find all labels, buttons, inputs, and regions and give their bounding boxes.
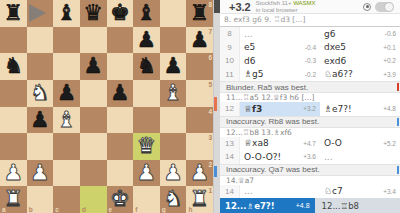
judgment-severity-tick: [397, 118, 399, 126]
move-number: 11: [220, 68, 240, 82]
white-move-13[interactable]: ♕xa8+4.7: [240, 137, 320, 151]
white-move-10[interactable]: d6-0.3: [240, 54, 320, 68]
analysis-app: ♜♝♛♚♝8♜♟7♟♞♟♞♟6♞♟♟♝5♟♝4♛3♟♟♟♟2♟a♜bcde♚fg…: [0, 0, 400, 213]
engine-variant-label: WASMX: [293, 0, 315, 6]
square-a6[interactable]: ♞: [0, 53, 27, 80]
white-bishop-c4[interactable]: ♝: [53, 107, 80, 134]
square-a1[interactable]: a♜: [0, 186, 27, 213]
black-bishop-f8[interactable]: ♝: [133, 0, 160, 27]
square-c5[interactable]: ♟: [53, 80, 80, 107]
variation-line[interactable]: 14.♕a7: [220, 176, 400, 185]
move-row-14: 14O-O-O?!+3.6...: [220, 150, 400, 164]
square-c2[interactable]: [53, 160, 80, 187]
square-d8[interactable]: ♛: [80, 0, 107, 27]
square-b7[interactable]: [27, 27, 54, 54]
black-bishop-c8[interactable]: ♝: [53, 0, 80, 27]
square-e2[interactable]: [107, 160, 134, 187]
square-e4[interactable]: [107, 107, 134, 134]
white-move-14[interactable]: O-O-O?!+3.6: [240, 150, 320, 164]
white-bishop-g5[interactable]: ♝: [160, 80, 187, 107]
white-pawn-b2[interactable]: ♟: [27, 160, 54, 187]
black-pawn-f7[interactable]: ♟: [133, 27, 160, 54]
white-queen-f3[interactable]: ♛: [133, 133, 160, 160]
square-c4[interactable]: ♝: [53, 107, 80, 134]
move-row-8: 8...g6-0.6: [220, 27, 400, 41]
variation-line[interactable]: 12...♖b8 13.♗xf6: [220, 128, 400, 137]
square-e5[interactable]: ♟: [107, 80, 134, 107]
square-f3[interactable]: ♛: [133, 133, 160, 160]
square-c6[interactable]: [53, 53, 80, 80]
square-d6[interactable]: ♟: [80, 53, 107, 80]
white-rook-h1[interactable]: ♜: [186, 186, 213, 213]
square-b2[interactable]: ♟: [27, 160, 54, 187]
next-move-bar: 12...♗e7?! +4.8 12...♖b8: [220, 198, 400, 213]
square-d1[interactable]: d: [80, 186, 107, 213]
white-knight-g1[interactable]: ♞: [160, 186, 187, 213]
white-knight-b5[interactable]: ♞: [27, 80, 54, 107]
black-move-14[interactable]: ...: [320, 150, 400, 164]
square-g1[interactable]: g♞: [160, 186, 187, 213]
white-king-e1[interactable]: ♚: [107, 186, 134, 213]
move-number: 10: [220, 54, 240, 68]
black-knight-f6[interactable]: ♞: [133, 53, 160, 80]
square-a8[interactable]: ♜: [0, 0, 27, 27]
rank-label-3: 3: [208, 134, 212, 141]
move-number: 12: [220, 102, 240, 116]
black-pawn-g6[interactable]: ♟: [160, 53, 187, 80]
square-d4[interactable]: [80, 107, 107, 134]
analysis-panel: +3.2 Stockfish 11+ WASMX in local browse…: [213, 0, 400, 213]
black-move-10[interactable]: exd6+0.2: [320, 54, 400, 68]
square-h5[interactable]: 5: [186, 80, 213, 107]
square-a2[interactable]: ♟: [0, 160, 27, 187]
move-row-13: 13♕xa8+4.7O-O+5.2: [220, 137, 400, 151]
square-e3[interactable]: [107, 133, 134, 160]
engine-label: Stockfish 11+ WASMX in local browser: [256, 0, 316, 14]
square-b5[interactable]: ♞: [27, 80, 54, 107]
square-g2[interactable]: ♟: [160, 160, 187, 187]
square-c1[interactable]: c: [53, 186, 80, 213]
square-a3[interactable]: [0, 133, 27, 160]
file-label-c: c: [55, 206, 59, 213]
black-move-12[interactable]: ♗e7?!+4.8: [320, 102, 400, 116]
square-b1[interactable]: b: [27, 186, 54, 213]
square-f6[interactable]: ♞: [133, 53, 160, 80]
white-move-11[interactable]: ♗g5-0.2: [240, 68, 320, 82]
square-a7[interactable]: [0, 27, 27, 54]
white-pawn-h2[interactable]: ♟: [186, 160, 213, 187]
square-f5[interactable]: [133, 80, 160, 107]
black-move-11[interactable]: ♘a6??+3.9: [320, 68, 400, 82]
move-row-10: 10d6-0.3exd6+0.2: [220, 54, 400, 68]
square-a5[interactable]: [0, 80, 27, 107]
white-move-8[interactable]: ...: [240, 27, 320, 41]
black-move-9[interactable]: dxe5+0.1: [320, 41, 400, 55]
square-e1[interactable]: e♚: [107, 186, 134, 213]
square-f1[interactable]: f: [133, 186, 160, 213]
rank-label-4: 4: [208, 108, 212, 115]
engine-settings-icon[interactable]: [363, 3, 371, 11]
white-pawn-f2[interactable]: ♟: [133, 160, 160, 187]
black-pawn-h7[interactable]: ♟: [186, 27, 213, 54]
black-move-8[interactable]: g6-0.6: [320, 27, 400, 41]
black-rook-a8[interactable]: ♜: [0, 0, 27, 27]
square-e6[interactable]: [107, 53, 134, 80]
black-move-14[interactable]: ♘c7+3.4: [320, 185, 400, 199]
black-queen-d8[interactable]: ♛: [80, 0, 107, 27]
next-move-selected[interactable]: 12...♗e7?! +4.8: [220, 198, 315, 213]
square-h6[interactable]: 6: [186, 53, 213, 80]
variation-line[interactable]: 11...♖a5 12.♕f3 h6 [...]: [220, 93, 400, 102]
square-h3[interactable]: 3: [186, 133, 213, 160]
rank-label-5: 5: [208, 81, 212, 88]
square-b4[interactable]: ♟: [27, 107, 54, 134]
judgment-comment: Inaccuracy. Qa7 was best.: [220, 164, 400, 176]
square-d5[interactable]: [80, 80, 107, 107]
move-row-12: 12♕f3+3.2♗e7?!+4.8: [220, 102, 400, 116]
black-pawn-c5[interactable]: ♟: [53, 80, 80, 107]
square-g7[interactable]: [160, 27, 187, 54]
square-h4[interactable]: 4: [186, 107, 213, 134]
white-pawn-a2[interactable]: ♟: [0, 160, 27, 187]
gauge-blunder-tick: [214, 97, 217, 111]
judgment-severity-tick: [397, 166, 399, 174]
move-list: 8...g6-0.69e5-0.4dxe5+0.110d6-0.3exd6+0.…: [220, 27, 400, 198]
move-number: 8: [220, 27, 240, 41]
chess-board[interactable]: ♜♝♛♚♝8♜♟7♟♞♟♞♟6♞♟♟♝5♟♝4♛3♟♟♟♟2♟a♜bcde♚fg…: [0, 0, 213, 213]
black-rook-h8[interactable]: ♜: [186, 0, 213, 27]
square-b6[interactable]: [27, 53, 54, 80]
square-h8[interactable]: 8♜: [186, 0, 213, 27]
black-move-13[interactable]: O-O+5.2: [320, 137, 400, 151]
square-f7[interactable]: ♟: [133, 27, 160, 54]
square-g3[interactable]: [160, 133, 187, 160]
file-label-d: d: [82, 206, 86, 213]
square-c3[interactable]: [53, 133, 80, 160]
black-pawn-d6[interactable]: ♟: [80, 53, 107, 80]
move-row-14: 14...♘c7+3.4: [220, 185, 400, 199]
gauge-inaccuracy-tick: [214, 166, 217, 177]
square-e7[interactable]: [107, 27, 134, 54]
square-e8[interactable]: ♚: [107, 0, 134, 27]
square-b3[interactable]: [27, 133, 54, 160]
square-f2[interactable]: ♟: [133, 160, 160, 187]
file-label-b: b: [29, 206, 33, 213]
move-number: 13: [220, 137, 240, 151]
square-c8[interactable]: ♝: [53, 0, 80, 27]
square-d7[interactable]: [80, 27, 107, 54]
black-pawn-b4[interactable]: ♟: [27, 107, 54, 134]
white-move-14[interactable]: ...: [240, 185, 320, 199]
move-number: 14: [220, 150, 240, 164]
move-row-11: 11♗g5-0.2♘a6??+3.9: [220, 68, 400, 82]
square-h1[interactable]: 1h♜: [186, 186, 213, 213]
white-move-12[interactable]: ♕f3+3.2: [240, 102, 320, 116]
square-d2[interactable]: [80, 160, 107, 187]
square-g6[interactable]: ♟: [160, 53, 187, 80]
square-h7[interactable]: 7♟: [186, 27, 213, 54]
square-d3[interactable]: [80, 133, 107, 160]
move-number: 9: [220, 41, 240, 55]
black-king-e8[interactable]: ♚: [107, 0, 134, 27]
board-arrow-icon: [29, 4, 46, 22]
move-number: 14: [220, 185, 240, 199]
square-h2[interactable]: 2♟: [186, 160, 213, 187]
white-rook-a1[interactable]: ♜: [0, 186, 27, 213]
engine-header: +3.2 Stockfish 11+ WASMX in local browse…: [220, 0, 400, 14]
judgment-comment: Inaccuracy. Rb8 was best.: [220, 116, 400, 128]
square-f4[interactable]: [133, 107, 160, 134]
judgment-comment: Blunder. Ra5 was best.: [220, 81, 400, 93]
black-pawn-e5[interactable]: ♟: [107, 80, 134, 107]
black-knight-a6[interactable]: ♞: [0, 53, 27, 80]
move-row-9: 9e5-0.4dxe5+0.1: [220, 41, 400, 55]
engine-toggle[interactable]: [375, 2, 394, 12]
engine-eval: +3.2: [229, 1, 251, 13]
engine-pv-line[interactable]: 8. exf3 g6 9. ♖d3 [...]: [220, 14, 400, 27]
square-g8[interactable]: [160, 0, 187, 27]
white-pawn-g2[interactable]: ♟: [160, 160, 187, 187]
square-g5[interactable]: ♝: [160, 80, 187, 107]
square-g4[interactable]: [160, 107, 187, 134]
square-a4[interactable]: [0, 107, 27, 134]
file-label-f: f: [135, 206, 137, 213]
square-c7[interactable]: [53, 27, 80, 54]
next-move-alternative[interactable]: 12...♖b8: [315, 198, 400, 213]
white-move-9[interactable]: e5-0.4: [240, 41, 320, 55]
judgment-severity-tick: [397, 83, 399, 91]
square-f8[interactable]: ♝: [133, 0, 160, 27]
rank-label-6: 6: [208, 54, 212, 61]
